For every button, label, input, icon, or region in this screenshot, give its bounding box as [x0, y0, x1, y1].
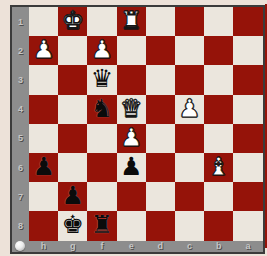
file-label-d: d	[146, 241, 175, 252]
black-rook[interactable]: ♜	[91, 212, 113, 237]
black-pawn[interactable]: ♟	[62, 183, 84, 208]
square-g1[interactable]: ♚	[58, 7, 87, 36]
rank-label-4: 4	[12, 95, 29, 124]
square-f6[interactable]	[87, 153, 116, 182]
square-d7[interactable]	[146, 182, 175, 211]
square-d6[interactable]	[146, 153, 175, 182]
file-label-e: e	[117, 241, 146, 252]
square-g2[interactable]	[58, 36, 87, 65]
file-label-h: h	[29, 241, 58, 252]
square-b3[interactable]	[204, 65, 233, 94]
square-b4[interactable]	[204, 95, 233, 124]
square-a4[interactable]	[233, 95, 262, 124]
rank-label-2: 2	[12, 36, 29, 65]
square-h7[interactable]	[29, 182, 58, 211]
black-king[interactable]: ♚	[62, 212, 84, 237]
square-e1[interactable]: ♜	[117, 7, 146, 36]
bottom-bar-corner	[12, 241, 29, 252]
square-c3[interactable]	[175, 65, 204, 94]
square-a7[interactable]	[233, 182, 262, 211]
rank-label-3: 3	[12, 65, 29, 94]
white-rook[interactable]: ♜	[120, 8, 142, 33]
rank-label-8: 8	[12, 211, 29, 240]
file-label-g: g	[58, 241, 87, 252]
square-e8[interactable]	[117, 211, 146, 240]
square-d1[interactable]	[146, 7, 175, 36]
square-b2[interactable]	[204, 36, 233, 65]
square-f5[interactable]	[87, 124, 116, 153]
black-knight[interactable]: ♞	[91, 96, 113, 121]
square-g7[interactable]: ♟	[58, 182, 87, 211]
square-d4[interactable]	[146, 95, 175, 124]
square-a2[interactable]	[233, 36, 262, 65]
square-e2[interactable]	[117, 36, 146, 65]
square-a5[interactable]	[233, 124, 262, 153]
file-label-c: c	[175, 241, 204, 252]
square-b6[interactable]: ♝	[204, 153, 233, 182]
rank-label-6: 6	[12, 153, 29, 182]
square-e4[interactable]: ♛	[117, 95, 146, 124]
black-pawn[interactable]: ♟	[32, 154, 54, 179]
white-queen[interactable]: ♛	[120, 96, 142, 121]
square-b8[interactable]	[204, 211, 233, 240]
square-e5[interactable]: ♟	[117, 124, 146, 153]
square-g4[interactable]	[58, 95, 87, 124]
rank-label-5: 5	[12, 124, 29, 153]
square-h3[interactable]	[29, 65, 58, 94]
square-d5[interactable]	[146, 124, 175, 153]
square-b1[interactable]	[204, 7, 233, 36]
square-f2[interactable]: ♟	[87, 36, 116, 65]
square-e7[interactable]	[117, 182, 146, 211]
square-a1[interactable]	[233, 7, 262, 36]
square-h4[interactable]	[29, 95, 58, 124]
file-label-f: f	[87, 241, 116, 252]
square-c6[interactable]	[175, 153, 204, 182]
square-d3[interactable]	[146, 65, 175, 94]
rank-label-1: 1	[12, 7, 29, 36]
square-c5[interactable]	[175, 124, 204, 153]
chess-board: 1♚♜2♟♟3♛4♞♛♟5♟6♟♟♝7♟8♚♜hgfedcba	[10, 5, 265, 254]
square-c1[interactable]	[175, 7, 204, 36]
square-c4[interactable]: ♟	[175, 95, 204, 124]
square-e3[interactable]	[117, 65, 146, 94]
square-h2[interactable]: ♟	[29, 36, 58, 65]
square-g6[interactable]	[58, 153, 87, 182]
white-pawn[interactable]: ♟	[32, 37, 54, 62]
square-c2[interactable]	[175, 36, 204, 65]
square-f4[interactable]: ♞	[87, 95, 116, 124]
square-f3[interactable]: ♛	[87, 65, 116, 94]
square-f8[interactable]: ♜	[87, 211, 116, 240]
square-a3[interactable]	[233, 65, 262, 94]
square-e6[interactable]: ♟	[117, 153, 146, 182]
square-f7[interactable]	[87, 182, 116, 211]
square-b7[interactable]	[204, 182, 233, 211]
square-g3[interactable]	[58, 65, 87, 94]
square-f1[interactable]	[87, 7, 116, 36]
square-c7[interactable]	[175, 182, 204, 211]
white-king[interactable]: ♚	[62, 8, 84, 33]
square-g5[interactable]	[58, 124, 87, 153]
square-b5[interactable]	[204, 124, 233, 153]
square-g8[interactable]: ♚	[58, 211, 87, 240]
rank-label-7: 7	[12, 182, 29, 211]
square-a6[interactable]	[233, 153, 262, 182]
black-queen[interactable]: ♛	[91, 66, 113, 91]
square-h6[interactable]: ♟	[29, 153, 58, 182]
square-d8[interactable]	[146, 211, 175, 240]
square-h1[interactable]	[29, 7, 58, 36]
white-pawn[interactable]: ♟	[91, 37, 113, 62]
white-bishop[interactable]: ♝	[208, 154, 230, 179]
white-pawn[interactable]: ♟	[178, 96, 200, 121]
file-label-a: a	[233, 241, 262, 252]
white-pawn[interactable]: ♟	[120, 125, 142, 150]
side-to-move-indicator	[15, 241, 25, 251]
black-pawn[interactable]: ♟	[120, 154, 142, 179]
square-h8[interactable]	[29, 211, 58, 240]
square-d2[interactable]	[146, 36, 175, 65]
square-a8[interactable]	[233, 211, 262, 240]
square-c8[interactable]	[175, 211, 204, 240]
file-label-b: b	[204, 241, 233, 252]
page-edge-strip	[265, 4, 267, 248]
square-h5[interactable]	[29, 124, 58, 153]
